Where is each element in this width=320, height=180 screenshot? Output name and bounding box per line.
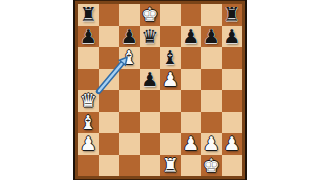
square-b1[interactable] [99,155,120,177]
square-d3[interactable] [140,112,161,134]
square-a8[interactable]: ♜ [78,4,99,26]
piece-black-pawn[interactable]: ♟ [140,69,161,91]
square-h5[interactable] [222,69,243,91]
piece-white-pawn[interactable]: ♟ [222,133,243,155]
square-c5[interactable] [119,69,140,91]
square-b6[interactable] [99,47,120,69]
square-c7[interactable]: ♟ [119,26,140,48]
square-g8[interactable] [201,4,222,26]
chess-board: ♜♚♜♟♟♛♟♟♟♝♝♟♟♛♝♟♟♟♟♜♚ [73,0,247,180]
square-g1[interactable]: ♚ [201,155,222,177]
square-b2[interactable] [99,133,120,155]
piece-black-rook[interactable]: ♜ [78,4,99,26]
square-a3[interactable]: ♝ [78,112,99,134]
square-a1[interactable] [78,155,99,177]
square-d2[interactable] [140,133,161,155]
square-d8[interactable]: ♚ [140,4,161,26]
piece-white-pawn[interactable]: ♟ [181,133,202,155]
piece-black-pawn[interactable]: ♟ [78,26,99,48]
square-b8[interactable] [99,4,120,26]
square-f8[interactable] [181,4,202,26]
square-d6[interactable] [140,47,161,69]
square-e2[interactable] [160,133,181,155]
square-g5[interactable] [201,69,222,91]
square-h4[interactable] [222,90,243,112]
square-a5[interactable] [78,69,99,91]
square-h7[interactable]: ♟ [222,26,243,48]
square-g7[interactable]: ♟ [201,26,222,48]
square-e6[interactable]: ♝ [160,47,181,69]
square-c2[interactable] [119,133,140,155]
square-e8[interactable] [160,4,181,26]
square-a7[interactable]: ♟ [78,26,99,48]
piece-white-king[interactable]: ♚ [201,155,222,177]
piece-black-pawn[interactable]: ♟ [201,26,222,48]
piece-black-pawn[interactable]: ♟ [181,26,202,48]
square-c6[interactable]: ♝ [119,47,140,69]
board-grid: ♜♚♜♟♟♛♟♟♟♝♝♟♟♛♝♟♟♟♟♜♚ [78,4,242,176]
square-f6[interactable] [181,47,202,69]
piece-white-rook[interactable]: ♜ [160,155,181,177]
square-d7[interactable]: ♛ [140,26,161,48]
square-h1[interactable] [222,155,243,177]
square-d4[interactable] [140,90,161,112]
square-h8[interactable]: ♜ [222,4,243,26]
square-c8[interactable] [119,4,140,26]
square-f4[interactable] [181,90,202,112]
square-e1[interactable]: ♜ [160,155,181,177]
square-g3[interactable] [201,112,222,134]
square-c3[interactable] [119,112,140,134]
piece-white-queen[interactable]: ♛ [78,90,99,112]
square-c1[interactable] [119,155,140,177]
square-e4[interactable] [160,90,181,112]
square-g2[interactable]: ♟ [201,133,222,155]
square-f7[interactable]: ♟ [181,26,202,48]
square-a2[interactable]: ♟ [78,133,99,155]
square-f5[interactable] [181,69,202,91]
square-a4[interactable]: ♛ [78,90,99,112]
square-b5[interactable] [99,69,120,91]
square-e7[interactable] [160,26,181,48]
square-e5[interactable]: ♟ [160,69,181,91]
square-b3[interactable] [99,112,120,134]
square-d5[interactable]: ♟ [140,69,161,91]
square-a6[interactable] [78,47,99,69]
piece-white-bishop[interactable]: ♝ [119,47,140,69]
piece-white-pawn[interactable]: ♟ [201,133,222,155]
piece-black-queen[interactable]: ♛ [140,26,161,48]
piece-white-pawn[interactable]: ♟ [160,69,181,91]
square-f2[interactable]: ♟ [181,133,202,155]
square-f1[interactable] [181,155,202,177]
square-h2[interactable]: ♟ [222,133,243,155]
piece-white-bishop[interactable]: ♝ [78,112,99,134]
square-g6[interactable] [201,47,222,69]
piece-white-pawn[interactable]: ♟ [78,133,99,155]
piece-black-pawn[interactable]: ♟ [222,26,243,48]
piece-white-king[interactable]: ♚ [140,4,161,26]
square-h3[interactable] [222,112,243,134]
square-c4[interactable] [119,90,140,112]
piece-black-rook[interactable]: ♜ [222,4,243,26]
page-background: ♜♚♜♟♟♛♟♟♟♝♝♟♟♛♝♟♟♟♟♜♚ [0,0,320,180]
square-h6[interactable] [222,47,243,69]
square-d1[interactable] [140,155,161,177]
square-e3[interactable] [160,112,181,134]
piece-black-pawn[interactable]: ♟ [119,26,140,48]
square-b4[interactable] [99,90,120,112]
piece-black-bishop[interactable]: ♝ [160,47,181,69]
square-b7[interactable] [99,26,120,48]
square-g4[interactable] [201,90,222,112]
square-f3[interactable] [181,112,202,134]
